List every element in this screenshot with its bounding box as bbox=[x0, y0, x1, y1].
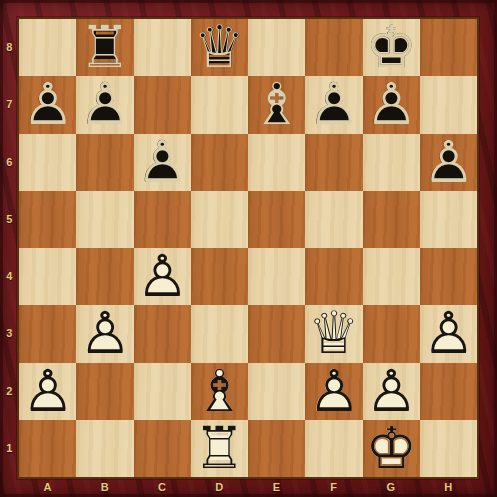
piece-black-bishop-e7[interactable]: ♝♗ bbox=[248, 76, 305, 133]
file-label-h: H bbox=[420, 477, 477, 497]
file-label-a: A bbox=[19, 477, 76, 497]
square-b4[interactable] bbox=[76, 248, 133, 305]
square-c3[interactable] bbox=[134, 305, 191, 362]
square-g1[interactable]: ♚♔ bbox=[363, 420, 420, 477]
file-label-b: B bbox=[76, 477, 133, 497]
piece-white-rook-d1[interactable]: ♜♖ bbox=[191, 420, 248, 477]
square-f6[interactable] bbox=[305, 134, 362, 191]
square-d3[interactable] bbox=[191, 305, 248, 362]
rank-label-6: 6 bbox=[0, 134, 19, 191]
piece-black-pawn-a7[interactable]: ♟♙ bbox=[19, 76, 76, 133]
rank-label-7: 7 bbox=[0, 76, 19, 133]
square-b3[interactable]: ♟♙ bbox=[76, 305, 133, 362]
piece-white-pawn-h3[interactable]: ♟♙ bbox=[420, 305, 477, 362]
square-e8[interactable] bbox=[248, 19, 305, 76]
square-e6[interactable] bbox=[248, 134, 305, 191]
piece-white-pawn-f2[interactable]: ♟♙ bbox=[305, 363, 362, 420]
square-b2[interactable] bbox=[76, 363, 133, 420]
piece-white-bishop-d2[interactable]: ♝♗ bbox=[191, 363, 248, 420]
square-d6[interactable] bbox=[191, 134, 248, 191]
piece-white-pawn-b3[interactable]: ♟♙ bbox=[76, 305, 133, 362]
square-b1[interactable] bbox=[76, 420, 133, 477]
piece-white-queen-f3[interactable]: ♛♕ bbox=[305, 305, 362, 362]
square-h8[interactable] bbox=[420, 19, 477, 76]
piece-black-pawn-c6[interactable]: ♟♙ bbox=[134, 134, 191, 191]
square-g4[interactable] bbox=[363, 248, 420, 305]
square-a4[interactable] bbox=[19, 248, 76, 305]
square-f3[interactable]: ♛♕ bbox=[305, 305, 362, 362]
square-g3[interactable] bbox=[363, 305, 420, 362]
piece-black-pawn-b7[interactable]: ♟♙ bbox=[76, 76, 133, 133]
square-a5[interactable] bbox=[19, 191, 76, 248]
square-e4[interactable] bbox=[248, 248, 305, 305]
piece-black-queen-d8[interactable]: ♛♕ bbox=[191, 19, 248, 76]
square-d8[interactable]: ♛♕ bbox=[191, 19, 248, 76]
square-a7[interactable]: ♟♙ bbox=[19, 76, 76, 133]
rank-label-1: 1 bbox=[0, 420, 19, 477]
piece-black-pawn-g7[interactable]: ♟♙ bbox=[363, 76, 420, 133]
square-b6[interactable] bbox=[76, 134, 133, 191]
square-a1[interactable] bbox=[19, 420, 76, 477]
square-g2[interactable]: ♟♙ bbox=[363, 363, 420, 420]
square-c7[interactable] bbox=[134, 76, 191, 133]
square-f4[interactable] bbox=[305, 248, 362, 305]
square-e1[interactable] bbox=[248, 420, 305, 477]
piece-black-king-g8[interactable]: ♚♔ bbox=[363, 19, 420, 76]
square-f2[interactable]: ♟♙ bbox=[305, 363, 362, 420]
square-e5[interactable] bbox=[248, 191, 305, 248]
square-d1[interactable]: ♜♖ bbox=[191, 420, 248, 477]
square-d5[interactable] bbox=[191, 191, 248, 248]
square-h1[interactable] bbox=[420, 420, 477, 477]
piece-black-pawn-f7[interactable]: ♟♙ bbox=[305, 76, 362, 133]
chess-board: ♜♖♛♕♚♔♟♙♟♙♝♗♟♙♟♙♟♙♟♙♟♙♟♙♛♕♟♙♟♙♝♗♟♙♟♙♜♖♚♔ bbox=[19, 19, 477, 477]
piece-white-king-g1[interactable]: ♚♔ bbox=[363, 420, 420, 477]
square-b7[interactable]: ♟♙ bbox=[76, 76, 133, 133]
rank-label-5: 5 bbox=[0, 191, 19, 248]
square-h7[interactable] bbox=[420, 76, 477, 133]
piece-black-pawn-h6[interactable]: ♟♙ bbox=[420, 134, 477, 191]
rank-label-3: 3 bbox=[0, 305, 19, 362]
square-c8[interactable] bbox=[134, 19, 191, 76]
square-c6[interactable]: ♟♙ bbox=[134, 134, 191, 191]
square-h5[interactable] bbox=[420, 191, 477, 248]
piece-white-pawn-g2[interactable]: ♟♙ bbox=[363, 363, 420, 420]
square-d2[interactable]: ♝♗ bbox=[191, 363, 248, 420]
square-f8[interactable] bbox=[305, 19, 362, 76]
file-label-d: D bbox=[191, 477, 248, 497]
square-a2[interactable]: ♟♙ bbox=[19, 363, 76, 420]
file-label-f: F bbox=[305, 477, 362, 497]
square-c2[interactable] bbox=[134, 363, 191, 420]
square-d7[interactable] bbox=[191, 76, 248, 133]
square-f7[interactable]: ♟♙ bbox=[305, 76, 362, 133]
square-e3[interactable] bbox=[248, 305, 305, 362]
file-label-e: E bbox=[248, 477, 305, 497]
piece-white-pawn-a2[interactable]: ♟♙ bbox=[19, 363, 76, 420]
square-c4[interactable]: ♟♙ bbox=[134, 248, 191, 305]
rank-label-8: 8 bbox=[0, 19, 19, 76]
square-f5[interactable] bbox=[305, 191, 362, 248]
square-g8[interactable]: ♚♔ bbox=[363, 19, 420, 76]
square-a8[interactable] bbox=[19, 19, 76, 76]
square-b5[interactable] bbox=[76, 191, 133, 248]
square-e2[interactable] bbox=[248, 363, 305, 420]
rank-label-2: 2 bbox=[0, 363, 19, 420]
square-c1[interactable] bbox=[134, 420, 191, 477]
square-h3[interactable]: ♟♙ bbox=[420, 305, 477, 362]
square-f1[interactable] bbox=[305, 420, 362, 477]
rank-label-4: 4 bbox=[0, 248, 19, 305]
file-label-g: G bbox=[363, 477, 420, 497]
file-label-c: C bbox=[134, 477, 191, 497]
square-h2[interactable] bbox=[420, 363, 477, 420]
square-g7[interactable]: ♟♙ bbox=[363, 76, 420, 133]
square-d4[interactable] bbox=[191, 248, 248, 305]
square-h6[interactable]: ♟♙ bbox=[420, 134, 477, 191]
square-e7[interactable]: ♝♗ bbox=[248, 76, 305, 133]
piece-white-pawn-c4[interactable]: ♟♙ bbox=[134, 248, 191, 305]
square-a6[interactable] bbox=[19, 134, 76, 191]
square-g6[interactable] bbox=[363, 134, 420, 191]
board-frame: ♜♖♛♕♚♔♟♙♟♙♝♗♟♙♟♙♟♙♟♙♟♙♟♙♛♕♟♙♟♙♝♗♟♙♟♙♜♖♚♔… bbox=[0, 0, 497, 497]
square-c5[interactable] bbox=[134, 191, 191, 248]
square-g5[interactable] bbox=[363, 191, 420, 248]
piece-black-rook-b8[interactable]: ♜♖ bbox=[76, 19, 133, 76]
square-h4[interactable] bbox=[420, 248, 477, 305]
square-b8[interactable]: ♜♖ bbox=[76, 19, 133, 76]
square-a3[interactable] bbox=[19, 305, 76, 362]
